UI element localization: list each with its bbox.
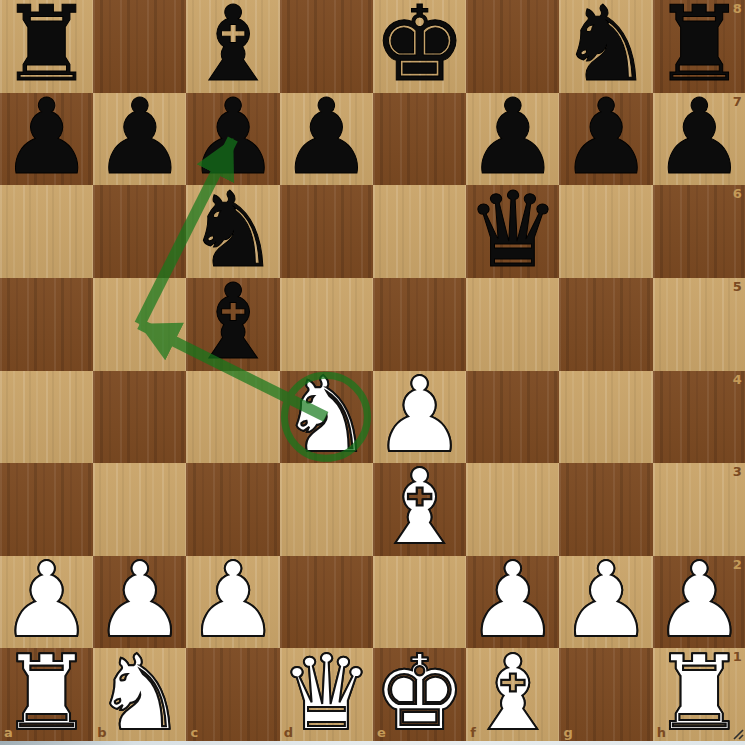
square-c1[interactable]: c xyxy=(186,648,279,741)
square-e8[interactable]: ♚︎ xyxy=(373,0,466,93)
rank-label-3: 3 xyxy=(733,465,742,478)
square-b6[interactable] xyxy=(93,185,186,278)
rank-label-5: 5 xyxy=(733,280,742,293)
square-f4[interactable] xyxy=(466,371,559,464)
square-f5[interactable] xyxy=(466,278,559,371)
square-e1[interactable]: ♚︎e xyxy=(373,648,466,741)
file-label-b: b xyxy=(97,726,106,739)
square-c4[interactable] xyxy=(186,371,279,464)
page-edge-strip xyxy=(0,741,745,745)
piece-white-bishop[interactable]: ♝︎ xyxy=(373,461,466,553)
square-a5[interactable] xyxy=(0,278,93,371)
file-label-a: a xyxy=(4,726,13,739)
square-e3[interactable]: ♝︎ xyxy=(373,463,466,556)
piece-white-rook[interactable]: ♜︎ xyxy=(0,647,93,739)
piece-white-pawn[interactable]: ♟︎ xyxy=(186,554,279,646)
square-b4[interactable] xyxy=(93,371,186,464)
square-h4[interactable]: 4 xyxy=(653,371,745,464)
square-g1[interactable]: g xyxy=(559,648,652,741)
rank-label-4: 4 xyxy=(733,373,742,386)
piece-black-pawn[interactable]: ♟︎ xyxy=(93,91,186,183)
square-h5[interactable]: 5 xyxy=(653,278,745,371)
file-label-g: g xyxy=(563,726,572,739)
rank-label-7: 7 xyxy=(733,95,742,108)
rank-label-8: 8 xyxy=(733,2,742,15)
piece-black-pawn[interactable]: ♟︎ xyxy=(280,91,373,183)
square-c5[interactable]: ♝︎ xyxy=(186,278,279,371)
file-label-d: d xyxy=(284,726,293,739)
piece-black-pawn[interactable]: ♟︎ xyxy=(559,91,652,183)
file-label-f: f xyxy=(470,726,476,739)
square-d6[interactable] xyxy=(280,185,373,278)
square-e7[interactable] xyxy=(373,93,466,186)
piece-white-bishop[interactable]: ♝︎ xyxy=(466,647,559,739)
piece-black-bishop[interactable]: ♝︎ xyxy=(186,276,279,368)
square-b7[interactable]: ♟︎ xyxy=(93,93,186,186)
rank-label-2: 2 xyxy=(733,558,742,571)
rank-label-6: 6 xyxy=(733,187,742,200)
piece-white-queen[interactable]: ♛︎ xyxy=(280,647,373,739)
square-a7[interactable]: ♟︎ xyxy=(0,93,93,186)
piece-white-knight[interactable]: ♞︎ xyxy=(93,647,186,739)
square-c2[interactable]: ♟︎ xyxy=(186,556,279,649)
square-a4[interactable] xyxy=(0,371,93,464)
square-a1[interactable]: ♜︎a xyxy=(0,648,93,741)
piece-black-king[interactable]: ♚︎ xyxy=(373,0,466,90)
square-f1[interactable]: ♝︎f xyxy=(466,648,559,741)
square-b5[interactable] xyxy=(93,278,186,371)
square-h6[interactable]: 6 xyxy=(653,185,745,278)
file-label-e: e xyxy=(377,726,386,739)
square-b1[interactable]: ♞︎b xyxy=(93,648,186,741)
piece-white-knight[interactable]: ♞︎ xyxy=(280,369,373,461)
piece-white-pawn[interactable]: ♟︎ xyxy=(559,554,652,646)
square-h7[interactable]: ♟︎7 xyxy=(653,93,745,186)
chess-board-page: ♜︎♝︎♚︎♞︎♜︎8♟︎♟︎♟︎♟︎♟︎♟︎♟︎7♞︎♛︎6♝︎5♞︎♟︎4♝… xyxy=(0,0,745,745)
piece-black-pawn[interactable]: ♟︎ xyxy=(653,91,745,183)
square-a6[interactable] xyxy=(0,185,93,278)
square-d1[interactable]: ♛︎d xyxy=(280,648,373,741)
file-label-h: h xyxy=(657,726,666,739)
square-e6[interactable] xyxy=(373,185,466,278)
square-d4[interactable]: ♞︎ xyxy=(280,371,373,464)
file-label-c: c xyxy=(190,726,198,739)
board-resize-handle-icon[interactable] xyxy=(728,724,744,740)
piece-black-queen[interactable]: ♛︎ xyxy=(466,184,559,276)
square-g2[interactable]: ♟︎ xyxy=(559,556,652,649)
rank-label-1: 1 xyxy=(733,650,742,663)
square-g4[interactable] xyxy=(559,371,652,464)
square-d3[interactable] xyxy=(280,463,373,556)
piece-white-king[interactable]: ♚︎ xyxy=(373,647,466,739)
square-g5[interactable] xyxy=(559,278,652,371)
square-g6[interactable] xyxy=(559,185,652,278)
square-g7[interactable]: ♟︎ xyxy=(559,93,652,186)
chess-board[interactable]: ♜︎♝︎♚︎♞︎♜︎8♟︎♟︎♟︎♟︎♟︎♟︎♟︎7♞︎♛︎6♝︎5♞︎♟︎4♝… xyxy=(0,0,745,741)
square-f6[interactable]: ♛︎ xyxy=(466,185,559,278)
square-d7[interactable]: ♟︎ xyxy=(280,93,373,186)
piece-black-pawn[interactable]: ♟︎ xyxy=(0,91,93,183)
